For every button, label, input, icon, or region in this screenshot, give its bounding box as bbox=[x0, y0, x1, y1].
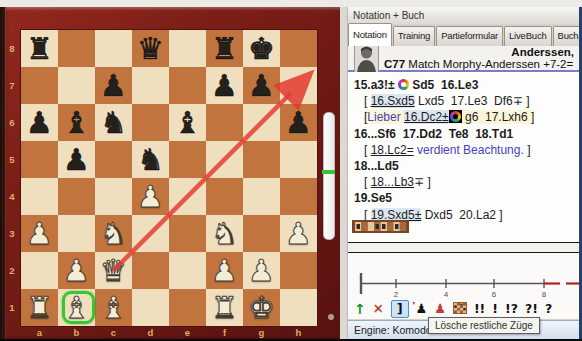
square-h1[interactable] bbox=[280, 289, 317, 326]
white-queen-c2[interactable]: ♛ bbox=[95, 252, 132, 289]
white-pawn-d4[interactable]: ♟ bbox=[132, 178, 169, 215]
axis-tick-label: 2 bbox=[394, 290, 399, 299]
square-b1[interactable]: ♝ bbox=[58, 289, 95, 326]
black-pawn-c7[interactable]: ♟ bbox=[95, 67, 132, 104]
notation-line: 18...Ld5 bbox=[350, 158, 579, 174]
square-b4[interactable] bbox=[58, 178, 95, 215]
tab-bar: NotationTrainingPartieformularLiveBuchBu… bbox=[348, 24, 579, 46]
tab-livebuch[interactable]: LiveBuch bbox=[504, 26, 551, 46]
square-c5[interactable] bbox=[95, 141, 132, 178]
black-knight-c6[interactable]: ♞ bbox=[95, 104, 132, 141]
black-pawn-g7[interactable]: ♟ bbox=[243, 67, 280, 104]
square-f8[interactable]: ♜ bbox=[206, 30, 243, 67]
square-h5[interactable] bbox=[280, 141, 317, 178]
rank-label: 5 bbox=[5, 141, 19, 178]
window-top-strip bbox=[0, 0, 582, 7]
variation-move[interactable]: Lxd5 17.Le3 Df6∓ ] bbox=[415, 94, 530, 108]
square-b3[interactable] bbox=[58, 215, 95, 252]
variation-move[interactable]: 16.Sxd5 bbox=[371, 94, 415, 108]
variation-move[interactable]: g6 17.Lxh6 ] bbox=[462, 110, 535, 124]
black-pawn-h6[interactable]: ♟ bbox=[280, 104, 317, 141]
tab-partieformular[interactable]: Partieformular bbox=[436, 26, 503, 46]
square-c7[interactable]: ♟ bbox=[95, 67, 132, 104]
axis-tick-label: 4 bbox=[444, 290, 449, 299]
square-f1[interactable]: ♜ bbox=[206, 289, 243, 326]
square-a6[interactable]: ♟ bbox=[21, 104, 58, 141]
square-f7[interactable]: ♟ bbox=[206, 67, 243, 104]
black-pawn-b5[interactable]: ♟ bbox=[58, 141, 95, 178]
square-g4[interactable] bbox=[243, 178, 280, 215]
white-rook-a1[interactable]: ♜ bbox=[21, 289, 58, 326]
square-g7[interactable]: ♟ bbox=[243, 67, 280, 104]
square-e8[interactable] bbox=[169, 30, 206, 67]
file-label: c bbox=[95, 326, 132, 339]
variation-move[interactable]: 18.Lc2= bbox=[371, 143, 414, 157]
variation-move[interactable]: 18...Lb3 bbox=[371, 175, 414, 189]
square-g6[interactable] bbox=[243, 104, 280, 141]
diagram-thumbnail[interactable] bbox=[352, 219, 409, 232]
square-c2[interactable]: ♛ bbox=[95, 252, 132, 289]
square-a8[interactable]: ♜ bbox=[21, 30, 58, 67]
white-pawn-f2[interactable]: ♟ bbox=[206, 252, 243, 289]
rank-label: 2 bbox=[5, 252, 19, 289]
black-pawn-a6[interactable]: ♟ bbox=[21, 104, 58, 141]
notation-line: [ 18...Lb3∓ ] bbox=[350, 174, 579, 190]
rank-labels: 87654321 bbox=[5, 30, 19, 326]
square-a4[interactable] bbox=[21, 178, 58, 215]
black-pawn-f7[interactable]: ♟ bbox=[206, 67, 243, 104]
square-f4[interactable] bbox=[206, 178, 243, 215]
board[interactable]: ♜♛♜♚♟♟♟♟♝♞♝♟♟♞♟♟♞♞♟♟♛♟♟♜♝♝♜♚ bbox=[21, 30, 317, 326]
square-e7[interactable] bbox=[169, 67, 206, 104]
white-knight-f3[interactable]: ♞ bbox=[206, 215, 243, 252]
board-pane: 87654321 ♜♛♜♚♟♟♟♟♝♞♝♟♟♞♟♟♞♞♟♟♛♟♟♜♝♝♜♚ ab… bbox=[0, 7, 340, 341]
black-king-g8[interactable]: ♚ bbox=[243, 30, 280, 67]
black-piece-annotation-button[interactable]: ♟❜ bbox=[416, 302, 428, 316]
white-king-g1[interactable]: ♚ bbox=[243, 289, 280, 326]
square-g2[interactable]: ♟ bbox=[243, 252, 280, 289]
white-pawn-b2[interactable]: ♟ bbox=[58, 252, 95, 289]
variation-move[interactable]: [ bbox=[364, 94, 371, 108]
annotation-text: verdient Beachtung. bbox=[414, 143, 527, 157]
player-name[interactable]: Anderssen, bbox=[511, 46, 574, 58]
black-queen-d8[interactable]: ♛ bbox=[132, 30, 169, 67]
annotation-question-exclam-button[interactable]: ?! bbox=[525, 302, 538, 316]
rank-label: 8 bbox=[5, 30, 19, 67]
square-g1[interactable]: ♚ bbox=[243, 289, 280, 326]
engine-status: Engine: Komodo bbox=[354, 324, 432, 336]
file-label: d bbox=[132, 326, 169, 339]
file-labels: abcdefgh bbox=[21, 326, 317, 339]
white-rook-f1[interactable]: ♜ bbox=[206, 289, 243, 326]
pane-splitter[interactable] bbox=[340, 7, 348, 341]
annotation-exclam-button[interactable]: ! bbox=[492, 302, 498, 316]
square-h3[interactable]: ♟ bbox=[280, 215, 317, 252]
file-label: h bbox=[280, 326, 317, 339]
file-label: f bbox=[206, 326, 243, 339]
variation-move[interactable]: [ bbox=[364, 143, 371, 157]
square-e6[interactable]: ♝ bbox=[169, 104, 206, 141]
square-h7[interactable] bbox=[280, 67, 317, 104]
annotation-exclam-question-button[interactable]: !? bbox=[505, 302, 518, 316]
notation-line: [ 16.Sxd5 Lxd5 17.Le3 Df6∓ ] bbox=[350, 93, 579, 109]
mainline-move[interactable]: 16...Sf6 17.Dd2 Te8 18.Td1 bbox=[354, 127, 513, 141]
notation-line: 19.Se5 bbox=[350, 190, 579, 206]
panel-title: Notation + Buch bbox=[353, 10, 424, 21]
move-timeline[interactable]: 2 4 6 8 bbox=[348, 253, 579, 299]
square-f6[interactable] bbox=[206, 104, 243, 141]
variation-move[interactable]: ∓ ] bbox=[414, 175, 431, 189]
tooltip: Lösche restliche Züge bbox=[428, 317, 540, 334]
notation-line: 16...Sf6 17.Dd2 Te8 18.Td1 bbox=[350, 126, 579, 142]
square-f5[interactable] bbox=[206, 141, 243, 178]
white-bishop-b1[interactable]: ♝ bbox=[58, 289, 95, 326]
white-pawn-g2[interactable]: ♟ bbox=[243, 252, 280, 289]
mainline-move[interactable]: 19.Se5 bbox=[354, 191, 392, 205]
white-pawn-a3[interactable]: ♟ bbox=[21, 215, 58, 252]
rank-label: 3 bbox=[5, 215, 19, 252]
square-e2[interactable] bbox=[169, 252, 206, 289]
black-bishop-e6[interactable]: ♝ bbox=[169, 104, 206, 141]
game-header: Anderssen, C77 Match Morphy-Anderssen +7… bbox=[348, 46, 579, 72]
square-a1[interactable]: ♜ bbox=[21, 289, 58, 326]
annotation-highlight: [Lieber 16.Dc2± g6 17.Lxh6 ] bbox=[364, 110, 534, 124]
annotation-text: Lieber bbox=[367, 110, 404, 124]
white-pawn-h3[interactable]: ♟ bbox=[280, 215, 317, 252]
square-e5[interactable] bbox=[169, 141, 206, 178]
square-c1[interactable]: ♝ bbox=[95, 289, 132, 326]
event-text: Match Morphy-Anderssen +7-2= bbox=[405, 58, 573, 70]
mainline-move[interactable]: 15.a3!± bbox=[354, 78, 398, 92]
rank-label: 6 bbox=[5, 104, 19, 141]
axis-tick-label: 8 bbox=[542, 290, 547, 299]
file-label: b bbox=[58, 326, 95, 339]
black-bishop-b6[interactable]: ♝ bbox=[58, 104, 95, 141]
square-e4[interactable] bbox=[169, 178, 206, 215]
square-e3[interactable] bbox=[169, 215, 206, 252]
notation-line: [ 18.Lc2= verdient Beachtung. ] bbox=[350, 142, 579, 158]
square-f3[interactable]: ♞ bbox=[206, 215, 243, 252]
rank-label: 4 bbox=[5, 178, 19, 215]
engine-eval-marker bbox=[322, 170, 335, 174]
square-d5[interactable]: ♞ bbox=[132, 141, 169, 178]
notation-line: [Lieber 16.Dc2± g6 17.Lxh6 ] bbox=[350, 109, 579, 125]
square-f2[interactable]: ♟ bbox=[206, 252, 243, 289]
square-b5[interactable]: ♟ bbox=[58, 141, 95, 178]
square-c4[interactable] bbox=[95, 178, 132, 215]
square-g8[interactable]: ♚ bbox=[243, 30, 280, 67]
player-portrait bbox=[354, 42, 379, 73]
file-label: a bbox=[21, 326, 58, 339]
eco-code: C77 bbox=[384, 58, 405, 70]
rank-label: 1 bbox=[5, 289, 19, 326]
square-c8[interactable] bbox=[95, 30, 132, 67]
square-a7[interactable] bbox=[21, 67, 58, 104]
square-h6[interactable]: ♟ bbox=[280, 104, 317, 141]
promote-variation-button[interactable]: ↑ bbox=[354, 302, 366, 316]
square-b8[interactable] bbox=[58, 30, 95, 67]
square-d4[interactable]: ♟ bbox=[132, 178, 169, 215]
square-a3[interactable]: ♟ bbox=[21, 215, 58, 252]
blank-band bbox=[348, 243, 579, 252]
variation-move[interactable]: ] bbox=[527, 143, 530, 157]
game-info[interactable]: C77 Match Morphy-Anderssen +7-2= bbox=[384, 58, 579, 70]
square-c3[interactable]: ♞ bbox=[95, 215, 132, 252]
square-d7[interactable] bbox=[132, 67, 169, 104]
color-annotation-dark-icon[interactable] bbox=[449, 110, 462, 123]
square-a2[interactable] bbox=[21, 252, 58, 289]
annotation-question-button[interactable]: ? bbox=[545, 302, 552, 316]
square-g5[interactable] bbox=[243, 141, 280, 178]
mainline-move[interactable]: Sd5 16.Le3 bbox=[409, 78, 478, 92]
annotation-toolbar: ↑✕]♟❜♟!!!!??!? bbox=[348, 299, 579, 319]
black-knight-d5[interactable]: ♞ bbox=[132, 141, 169, 178]
board-resize-handle[interactable] bbox=[328, 314, 334, 320]
tab-training[interactable]: Training bbox=[393, 26, 435, 46]
engine-eval-slider[interactable] bbox=[323, 112, 335, 240]
mainline-move[interactable]: 18...Ld5 bbox=[354, 159, 399, 173]
notation-panel: 15.a3!± Sd5 16.Le3[ 16.Sxd5 Lxd5 17.Le3 … bbox=[348, 72, 579, 242]
color-annotation-icon[interactable] bbox=[398, 79, 409, 90]
file-label: e bbox=[169, 326, 206, 339]
chessbase-window: 87654321 ♜♛♜♚♟♟♟♟♝♞♝♟♟♞♟♟♞♞♟♟♛♟♟♜♝♝♜♚ ab… bbox=[0, 0, 582, 341]
square-d6[interactable] bbox=[132, 104, 169, 141]
variation-move[interactable]: 16.Dc2± bbox=[404, 110, 449, 124]
square-b6[interactable]: ♝ bbox=[58, 104, 95, 141]
tab-buch[interactable]: Buch bbox=[553, 26, 582, 46]
square-b7[interactable] bbox=[58, 67, 95, 104]
delete-variation-button[interactable]: ✕ bbox=[373, 302, 384, 316]
notation-line: 15.a3!± Sd5 16.Le3 bbox=[350, 77, 579, 93]
white-bishop-c1[interactable]: ♝ bbox=[95, 289, 132, 326]
file-label: g bbox=[243, 326, 280, 339]
delete-remaining-moves-button[interactable]: ] bbox=[391, 300, 409, 318]
variation-move[interactable]: Dxd5 20.La2 ] bbox=[421, 208, 502, 222]
square-d3[interactable] bbox=[132, 215, 169, 252]
square-a5[interactable] bbox=[21, 141, 58, 178]
rank-label: 7 bbox=[5, 67, 19, 104]
variation-move[interactable]: [ bbox=[364, 175, 371, 189]
square-g3[interactable] bbox=[243, 215, 280, 252]
red-piece-annotation-button[interactable]: ♟ bbox=[434, 302, 446, 316]
square-h2[interactable] bbox=[280, 252, 317, 289]
square-d1[interactable] bbox=[132, 289, 169, 326]
insert-diagram-button[interactable] bbox=[453, 302, 467, 317]
annotation-double-exclam-button[interactable]: !! bbox=[474, 302, 485, 316]
white-knight-c3[interactable]: ♞ bbox=[95, 215, 132, 252]
square-b2[interactable]: ♟ bbox=[58, 252, 95, 289]
panel-titlebar[interactable]: Notation + Buch bbox=[348, 7, 579, 24]
black-rook-a8[interactable]: ♜ bbox=[21, 30, 58, 67]
square-h8[interactable] bbox=[280, 30, 317, 67]
square-e1[interactable] bbox=[169, 289, 206, 326]
square-h4[interactable] bbox=[280, 178, 317, 215]
notation-body[interactable]: 15.a3!± Sd5 16.Le3[ 16.Sxd5 Lxd5 17.Le3 … bbox=[348, 72, 579, 223]
square-c6[interactable]: ♞ bbox=[95, 104, 132, 141]
black-rook-f8[interactable]: ♜ bbox=[206, 30, 243, 67]
square-d8[interactable]: ♛ bbox=[132, 30, 169, 67]
tab-notation[interactable]: Notation bbox=[348, 23, 392, 46]
square-d2[interactable] bbox=[132, 252, 169, 289]
axis-tick-label: 6 bbox=[492, 290, 497, 299]
